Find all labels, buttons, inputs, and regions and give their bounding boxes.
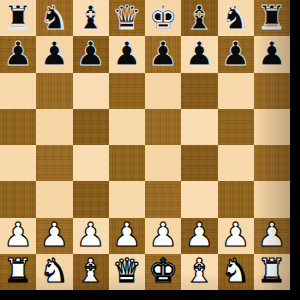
- square-d8[interactable]: ♛: [109, 0, 145, 36]
- white-bishop[interactable]: ♝: [76, 254, 106, 287]
- square-d6[interactable]: [109, 73, 145, 109]
- chess-board: ♜♞♝♛♚♝♞♜♟♟♟♟♟♟♟♟♟♟♟♟♟♟♟♟♜♞♝♛♚♝♞♜: [0, 0, 290, 290]
- square-f3[interactable]: [181, 181, 217, 217]
- square-a1[interactable]: ♜: [0, 254, 36, 290]
- square-d3[interactable]: [109, 181, 145, 217]
- white-pawn[interactable]: ♟: [3, 218, 33, 251]
- square-g5[interactable]: [218, 109, 254, 145]
- square-f4[interactable]: [181, 145, 217, 181]
- square-b6[interactable]: [36, 73, 72, 109]
- square-e4[interactable]: [145, 145, 181, 181]
- square-e3[interactable]: [145, 181, 181, 217]
- square-d7[interactable]: ♟: [109, 36, 145, 72]
- black-pawn[interactable]: ♟: [112, 37, 142, 70]
- square-c8[interactable]: ♝: [73, 0, 109, 36]
- square-e8[interactable]: ♚: [145, 0, 181, 36]
- square-g6[interactable]: [218, 73, 254, 109]
- white-rook[interactable]: ♜: [3, 254, 33, 287]
- chess-app-window: ♜♞♝♛♚♝♞♜♟♟♟♟♟♟♟♟♟♟♟♟♟♟♟♟♜♞♝♛♚♝♞♜: [0, 0, 300, 300]
- black-pawn[interactable]: ♟: [148, 37, 178, 70]
- square-a2[interactable]: ♟: [0, 218, 36, 254]
- black-queen[interactable]: ♛: [112, 1, 142, 34]
- square-g2[interactable]: ♟: [218, 218, 254, 254]
- square-h2[interactable]: ♟: [254, 218, 290, 254]
- black-pawn[interactable]: ♟: [3, 37, 33, 70]
- square-c7[interactable]: ♟: [73, 36, 109, 72]
- square-f2[interactable]: ♟: [181, 218, 217, 254]
- black-pawn[interactable]: ♟: [40, 37, 70, 70]
- square-h8[interactable]: ♜: [254, 0, 290, 36]
- white-pawn[interactable]: ♟: [221, 218, 251, 251]
- black-pawn[interactable]: ♟: [221, 37, 251, 70]
- square-a8[interactable]: ♜: [0, 0, 36, 36]
- square-f8[interactable]: ♝: [181, 0, 217, 36]
- square-e2[interactable]: ♟: [145, 218, 181, 254]
- square-h3[interactable]: [254, 181, 290, 217]
- square-g8[interactable]: ♞: [218, 0, 254, 36]
- black-pawn[interactable]: ♟: [76, 37, 106, 70]
- square-b7[interactable]: ♟: [36, 36, 72, 72]
- square-b3[interactable]: [36, 181, 72, 217]
- white-queen[interactable]: ♛: [112, 254, 142, 287]
- square-c3[interactable]: [73, 181, 109, 217]
- white-rook[interactable]: ♜: [257, 254, 287, 287]
- square-b2[interactable]: ♟: [36, 218, 72, 254]
- square-h1[interactable]: ♜: [254, 254, 290, 290]
- square-d5[interactable]: [109, 109, 145, 145]
- square-c4[interactable]: [73, 145, 109, 181]
- white-pawn[interactable]: ♟: [112, 218, 142, 251]
- white-knight[interactable]: ♞: [221, 254, 251, 287]
- square-b1[interactable]: ♞: [36, 254, 72, 290]
- black-knight[interactable]: ♞: [221, 1, 251, 34]
- square-c6[interactable]: [73, 73, 109, 109]
- black-pawn[interactable]: ♟: [185, 37, 215, 70]
- square-a5[interactable]: [0, 109, 36, 145]
- square-h6[interactable]: [254, 73, 290, 109]
- white-pawn[interactable]: ♟: [257, 218, 287, 251]
- square-a3[interactable]: [0, 181, 36, 217]
- square-e1[interactable]: ♚: [145, 254, 181, 290]
- square-e6[interactable]: [145, 73, 181, 109]
- square-f5[interactable]: [181, 109, 217, 145]
- square-d2[interactable]: ♟: [109, 218, 145, 254]
- square-f1[interactable]: ♝: [181, 254, 217, 290]
- square-h7[interactable]: ♟: [254, 36, 290, 72]
- square-d1[interactable]: ♛: [109, 254, 145, 290]
- white-pawn[interactable]: ♟: [148, 218, 178, 251]
- white-pawn[interactable]: ♟: [76, 218, 106, 251]
- square-h4[interactable]: [254, 145, 290, 181]
- square-c5[interactable]: [73, 109, 109, 145]
- square-f7[interactable]: ♟: [181, 36, 217, 72]
- square-g4[interactable]: [218, 145, 254, 181]
- black-pawn[interactable]: ♟: [257, 37, 287, 70]
- white-pawn[interactable]: ♟: [40, 218, 70, 251]
- square-h5[interactable]: [254, 109, 290, 145]
- black-bishop[interactable]: ♝: [185, 1, 215, 34]
- square-b8[interactable]: ♞: [36, 0, 72, 36]
- square-e5[interactable]: [145, 109, 181, 145]
- black-rook[interactable]: ♜: [3, 1, 33, 34]
- square-f6[interactable]: [181, 73, 217, 109]
- square-a6[interactable]: [0, 73, 36, 109]
- white-bishop[interactable]: ♝: [185, 254, 215, 287]
- black-rook[interactable]: ♜: [257, 1, 287, 34]
- square-g3[interactable]: [218, 181, 254, 217]
- square-e7[interactable]: ♟: [145, 36, 181, 72]
- white-king[interactable]: ♚: [148, 254, 178, 287]
- white-pawn[interactable]: ♟: [185, 218, 215, 251]
- square-c1[interactable]: ♝: [73, 254, 109, 290]
- square-a4[interactable]: [0, 145, 36, 181]
- square-b4[interactable]: [36, 145, 72, 181]
- square-b5[interactable]: [36, 109, 72, 145]
- black-bishop[interactable]: ♝: [76, 1, 106, 34]
- square-d4[interactable]: [109, 145, 145, 181]
- square-g1[interactable]: ♞: [218, 254, 254, 290]
- square-c2[interactable]: ♟: [73, 218, 109, 254]
- black-knight[interactable]: ♞: [40, 1, 70, 34]
- square-g7[interactable]: ♟: [218, 36, 254, 72]
- white-knight[interactable]: ♞: [40, 254, 70, 287]
- square-a7[interactable]: ♟: [0, 36, 36, 72]
- black-king[interactable]: ♚: [148, 1, 178, 34]
